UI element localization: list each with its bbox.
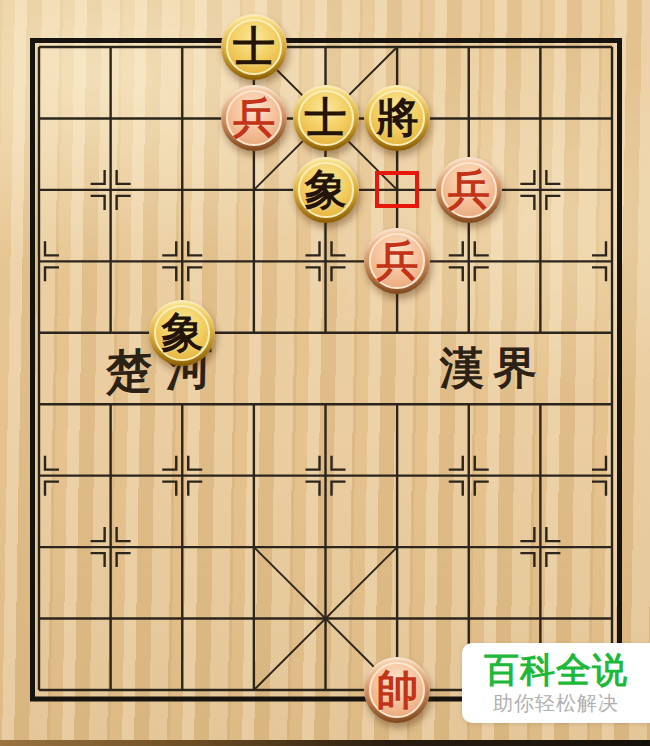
piece-glyph: 帥 [369,662,425,718]
piece-red-soldier[interactable]: 兵 [364,228,430,294]
piece-black-elephant[interactable]: 象 [149,300,215,366]
piece-black-advisor[interactable]: 士 [293,85,359,151]
river-label-han-jie: 漢界 [440,344,546,394]
piece-glyph: 士 [226,19,282,75]
piece-glyph: 將 [369,90,425,146]
watermark-badge: 百科全说 助你轻松解决 [462,643,650,723]
piece-red-soldier[interactable]: 兵 [221,85,287,151]
piece-glyph: 兵 [441,162,497,218]
watermark-brand: 百科全说 [484,650,628,690]
table-edge [0,740,650,746]
piece-glyph: 兵 [369,233,425,289]
xiangqi-app: 楚河 漢界 士兵士將象兵兵象帥 百科全说 助你轻松解决 [0,0,650,746]
move-target-highlight[interactable] [375,171,419,208]
piece-glyph: 兵 [226,90,282,146]
piece-black-elephant[interactable]: 象 [293,157,359,223]
watermark-tagline: 助你轻松解决 [493,690,619,716]
piece-glyph: 象 [154,305,210,361]
piece-glyph: 象 [298,162,354,218]
piece-red-general[interactable]: 帥 [364,657,430,723]
piece-red-soldier[interactable]: 兵 [436,157,502,223]
piece-glyph: 士 [298,90,354,146]
piece-black-advisor[interactable]: 士 [221,14,287,80]
